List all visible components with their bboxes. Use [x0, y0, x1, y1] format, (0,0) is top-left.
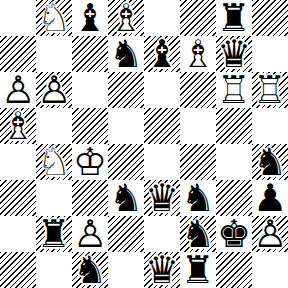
square-d3[interactable]: ♞: [108, 180, 144, 216]
knight-outline-layer: ♘: [36, 0, 72, 36]
square-d1[interactable]: [108, 252, 144, 288]
square-b1[interactable]: [36, 252, 72, 288]
rook-glyph: ♜: [36, 216, 72, 252]
square-c1[interactable]: ♞: [72, 252, 108, 288]
bishop-glyph: ♝: [144, 36, 180, 72]
square-f6[interactable]: [180, 72, 216, 108]
square-b5[interactable]: [36, 108, 72, 144]
white-pawn-piece[interactable]: ♟♙: [72, 216, 108, 252]
square-b8[interactable]: ♞♘: [36, 0, 72, 36]
square-a8[interactable]: [0, 0, 36, 36]
square-g7[interactable]: ♛: [216, 36, 252, 72]
black-knight-piece[interactable]: ♞: [252, 144, 288, 180]
square-h6[interactable]: ♜♖: [252, 72, 288, 108]
white-rook-piece[interactable]: ♜♖: [216, 72, 252, 108]
square-a2[interactable]: [0, 216, 36, 252]
square-f4[interactable]: [180, 144, 216, 180]
bishop-outline-layer: ♗: [108, 0, 144, 36]
chess-board: ♞♘♝♝♗♜♞♝♝♗♛♟♙♟♙♜♖♜♖♝♗♞♘♚♔♞♞♛♞♟♜♟♙♞♚♟♙♞♛♜: [0, 0, 288, 288]
square-e8[interactable]: [144, 0, 180, 36]
black-knight-piece[interactable]: ♞: [108, 36, 144, 72]
white-bishop-piece[interactable]: ♝♗: [108, 0, 144, 36]
knight-glyph: ♞: [180, 180, 216, 216]
square-c6[interactable]: [72, 72, 108, 108]
square-f8[interactable]: [180, 0, 216, 36]
white-knight-piece[interactable]: ♞♘: [36, 144, 72, 180]
pawn-outline-layer: ♙: [252, 216, 288, 252]
square-c7[interactable]: [72, 36, 108, 72]
black-king-piece[interactable]: ♚: [216, 216, 252, 252]
square-a7[interactable]: [0, 36, 36, 72]
black-rook-piece[interactable]: ♜: [216, 0, 252, 36]
black-pawn-piece[interactable]: ♟: [252, 180, 288, 216]
square-a3[interactable]: [0, 180, 36, 216]
square-a4[interactable]: [0, 144, 36, 180]
square-d4[interactable]: [108, 144, 144, 180]
black-queen-piece[interactable]: ♛: [144, 180, 180, 216]
square-d2[interactable]: [108, 216, 144, 252]
knight-glyph: ♞: [72, 252, 108, 288]
square-g5[interactable]: [216, 108, 252, 144]
knight-glyph: ♞: [252, 144, 288, 180]
square-b3[interactable]: [36, 180, 72, 216]
white-rook-piece[interactable]: ♜♖: [252, 72, 288, 108]
king-outline-layer: ♔: [72, 144, 108, 180]
black-bishop-piece[interactable]: ♝: [144, 36, 180, 72]
knight-glyph: ♞: [108, 180, 144, 216]
square-h8[interactable]: [252, 0, 288, 36]
pawn-outline-layer: ♙: [0, 72, 36, 108]
black-queen-piece[interactable]: ♛: [216, 36, 252, 72]
knight-outline-layer: ♘: [36, 144, 72, 180]
square-h7[interactable]: [252, 36, 288, 72]
pawn-outline-layer: ♙: [36, 72, 72, 108]
square-c4[interactable]: ♚♔: [72, 144, 108, 180]
square-c3[interactable]: [72, 180, 108, 216]
queen-glyph: ♛: [216, 36, 252, 72]
square-e7[interactable]: ♝: [144, 36, 180, 72]
square-c5[interactable]: [72, 108, 108, 144]
square-h3[interactable]: ♟: [252, 180, 288, 216]
square-f3[interactable]: ♞: [180, 180, 216, 216]
square-c2[interactable]: ♟♙: [72, 216, 108, 252]
black-knight-piece[interactable]: ♞: [180, 216, 216, 252]
square-g3[interactable]: [216, 180, 252, 216]
square-d6[interactable]: [108, 72, 144, 108]
knight-glyph: ♞: [180, 216, 216, 252]
square-h4[interactable]: ♞: [252, 144, 288, 180]
white-pawn-piece[interactable]: ♟♙: [0, 72, 36, 108]
square-d5[interactable]: [108, 108, 144, 144]
black-knight-piece[interactable]: ♞: [72, 252, 108, 288]
square-b6[interactable]: ♟♙: [36, 72, 72, 108]
rook-outline-layer: ♖: [216, 72, 252, 108]
square-b7[interactable]: [36, 36, 72, 72]
white-pawn-piece[interactable]: ♟♙: [36, 72, 72, 108]
king-glyph: ♚: [216, 216, 252, 252]
black-knight-piece[interactable]: ♞: [108, 180, 144, 216]
knight-glyph: ♞: [108, 36, 144, 72]
square-h5[interactable]: [252, 108, 288, 144]
square-e2[interactable]: [144, 216, 180, 252]
square-f2[interactable]: ♞: [180, 216, 216, 252]
square-a1[interactable]: [0, 252, 36, 288]
rook-outline-layer: ♖: [252, 72, 288, 108]
square-g8[interactable]: ♜: [216, 0, 252, 36]
bishop-outline-layer: ♗: [0, 108, 36, 144]
black-rook-piece[interactable]: ♜: [36, 216, 72, 252]
square-g6[interactable]: ♜♖: [216, 72, 252, 108]
white-bishop-piece[interactable]: ♝♗: [0, 108, 36, 144]
square-f7[interactable]: ♝♗: [180, 36, 216, 72]
black-knight-piece[interactable]: ♞: [180, 180, 216, 216]
bishop-outline-layer: ♗: [180, 36, 216, 72]
square-b2[interactable]: ♜: [36, 216, 72, 252]
pawn-outline-layer: ♙: [72, 216, 108, 252]
bishop-glyph: ♝: [72, 0, 108, 36]
rook-glyph: ♜: [180, 252, 216, 288]
square-d8[interactable]: ♝♗: [108, 0, 144, 36]
square-e5[interactable]: [144, 108, 180, 144]
square-f5[interactable]: [180, 108, 216, 144]
queen-glyph: ♛: [144, 180, 180, 216]
square-c8[interactable]: ♝: [72, 0, 108, 36]
white-knight-piece[interactable]: ♞♘: [36, 0, 72, 36]
black-rook-piece[interactable]: ♜: [180, 252, 216, 288]
square-f1[interactable]: ♜: [180, 252, 216, 288]
square-e1[interactable]: ♛: [144, 252, 180, 288]
white-king-piece[interactable]: ♚♔: [72, 144, 108, 180]
square-h1[interactable]: [252, 252, 288, 288]
black-queen-piece[interactable]: ♛: [144, 252, 180, 288]
black-bishop-piece[interactable]: ♝: [72, 0, 108, 36]
square-e3[interactable]: ♛: [144, 180, 180, 216]
queen-glyph: ♛: [144, 252, 180, 288]
square-b4[interactable]: ♞♘: [36, 144, 72, 180]
square-g2[interactable]: ♚: [216, 216, 252, 252]
square-h2[interactable]: ♟♙: [252, 216, 288, 252]
square-a5[interactable]: ♝♗: [0, 108, 36, 144]
pawn-glyph: ♟: [252, 180, 288, 216]
white-bishop-piece[interactable]: ♝♗: [180, 36, 216, 72]
square-a6[interactable]: ♟♙: [0, 72, 36, 108]
square-d7[interactable]: ♞: [108, 36, 144, 72]
rook-glyph: ♜: [216, 0, 252, 36]
square-e6[interactable]: [144, 72, 180, 108]
square-g4[interactable]: [216, 144, 252, 180]
white-pawn-piece[interactable]: ♟♙: [252, 216, 288, 252]
square-g1[interactable]: [216, 252, 252, 288]
square-e4[interactable]: [144, 144, 180, 180]
